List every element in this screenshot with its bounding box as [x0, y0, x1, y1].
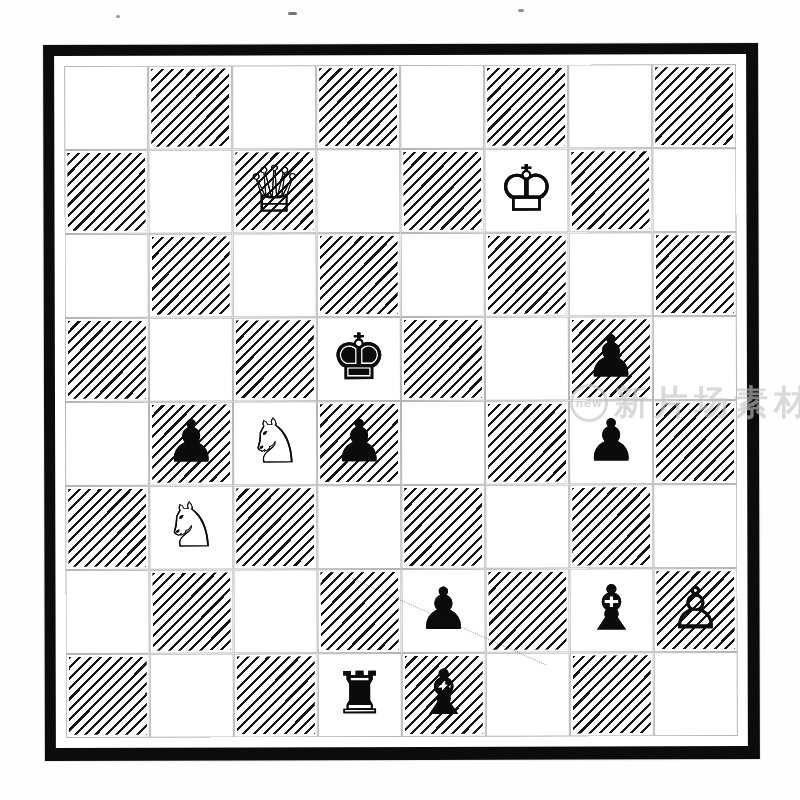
square-c5: [233, 317, 317, 401]
square-d1: ♜: [318, 653, 402, 737]
square-d8: [316, 65, 400, 149]
square-d4: ♟: [317, 401, 401, 485]
square-c3: [233, 485, 317, 569]
board-frame: ♕♔♚♟♟♘♟♟♘♟♝♙♜♝: [43, 43, 760, 761]
black-pawn-piece: ♟: [585, 327, 637, 385]
square-c4: ♘: [233, 401, 317, 485]
black-pawn-piece: ♟: [165, 412, 217, 470]
scanned-illustration-page: ♕♔♚♟♟♘♟♟♘♟♝♙♜♝ new 新片场素材: [0, 0, 800, 800]
square-f5: [485, 317, 569, 401]
square-g3: [569, 484, 653, 568]
chess-board: ♕♔♚♟♟♘♟♟♘♟♝♙♜♝: [64, 64, 738, 738]
square-e1: ♝: [402, 653, 486, 737]
square-g5: ♟: [569, 316, 653, 400]
square-f7: ♔: [484, 149, 568, 233]
square-c1: [234, 653, 318, 737]
dust-speck: [518, 9, 524, 12]
square-b2: [149, 569, 233, 653]
white-knight-piece: ♘: [247, 410, 303, 472]
square-h4: [653, 400, 737, 484]
white-knight-piece: ♘: [163, 494, 219, 556]
square-a7: [64, 150, 148, 234]
square-a6: [65, 234, 149, 318]
black-pawn-piece: ♟: [417, 580, 469, 638]
black-bishop-piece: ♝: [416, 662, 472, 724]
square-f2: [485, 569, 569, 653]
square-a8: [64, 66, 148, 150]
square-g2: ♝: [569, 568, 653, 652]
black-pawn-piece: ♟: [333, 412, 385, 470]
dust-speck: [288, 12, 297, 15]
square-g8: [568, 64, 652, 148]
square-c2: [233, 569, 317, 653]
square-f6: [485, 233, 569, 317]
square-b8: [148, 65, 232, 149]
square-h8: [652, 64, 736, 148]
square-e5: [401, 317, 485, 401]
square-c8: [232, 65, 316, 149]
black-king-piece: ♚: [330, 325, 388, 389]
square-d3: [317, 485, 401, 569]
square-c7: ♕: [232, 149, 316, 233]
square-c6: [233, 233, 317, 317]
square-g4: ♟: [569, 400, 653, 484]
square-b4: ♟: [149, 401, 233, 485]
square-a1: [66, 654, 150, 738]
square-b1: [150, 653, 234, 737]
black-pawn-piece: ♟: [585, 411, 637, 469]
square-d7: [316, 149, 400, 233]
black-rook-piece: ♜: [334, 664, 386, 722]
square-e3: [401, 485, 485, 569]
white-queen-piece: ♕: [246, 157, 304, 221]
black-bishop-piece: ♝: [584, 577, 640, 639]
dust-speck: [116, 15, 120, 18]
square-d6: [317, 233, 401, 317]
square-b7: [148, 149, 232, 233]
square-e4: [401, 401, 485, 485]
square-a3: [65, 486, 149, 570]
square-e2: ♟: [401, 569, 485, 653]
square-h1: [654, 652, 738, 736]
square-f1: [486, 653, 570, 737]
square-e8: [400, 65, 484, 149]
square-f8: [484, 65, 568, 149]
square-b3: ♘: [149, 485, 233, 569]
white-pawn-piece: ♙: [669, 579, 721, 637]
square-b5: [149, 317, 233, 401]
square-a4: [65, 402, 149, 486]
square-a2: [65, 570, 149, 654]
square-g7: [568, 148, 652, 232]
square-f4: [485, 401, 569, 485]
square-f3: [485, 485, 569, 569]
white-king-piece: ♔: [498, 157, 556, 221]
square-e7: [400, 149, 484, 233]
square-b6: [149, 233, 233, 317]
square-h3: [653, 484, 737, 568]
square-h7: [652, 148, 736, 232]
square-g1: [570, 652, 654, 736]
square-e6: [401, 233, 485, 317]
square-h2: ♙: [653, 568, 737, 652]
square-h6: [653, 232, 737, 316]
square-h5: [653, 316, 737, 400]
square-d5: ♚: [317, 317, 401, 401]
square-a5: [65, 318, 149, 402]
square-g6: [569, 232, 653, 316]
